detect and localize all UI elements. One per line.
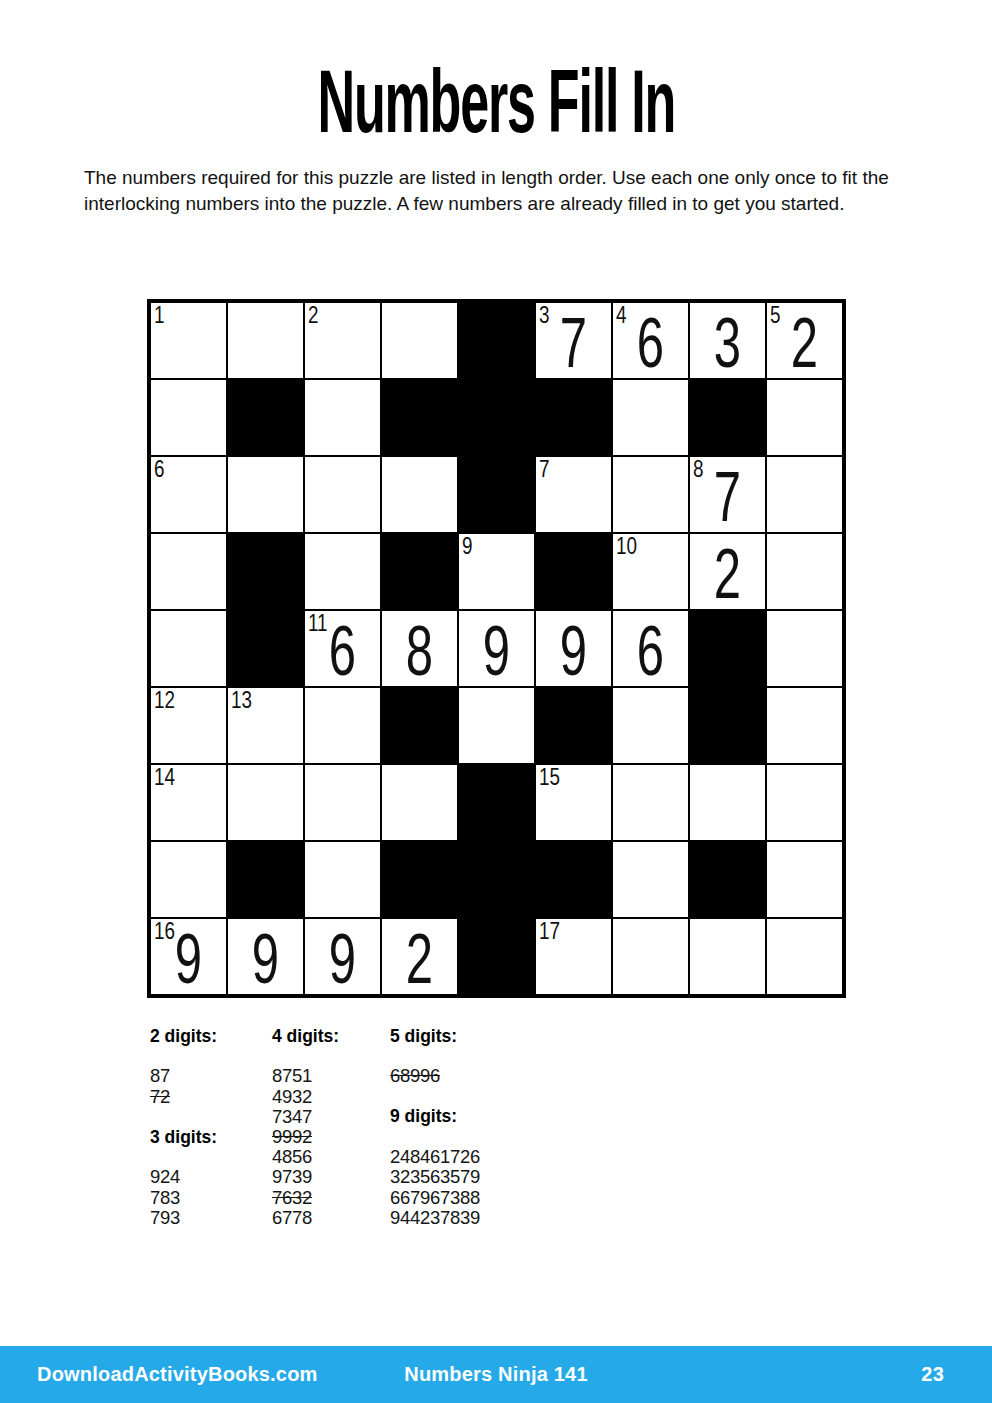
- page-title-wrap: Numbers Fill In: [0, 50, 992, 147]
- list-line-text: 87: [150, 1065, 170, 1087]
- grid-cell-r5c4[interactable]: 8: [381, 610, 458, 687]
- number-item: 924: [150, 1167, 272, 1187]
- list-line-text: 924: [150, 1166, 180, 1188]
- grid-cell-r7c3[interactable]: [304, 764, 381, 841]
- puzzle-grid: 1237463526787910211689961213141516999217: [147, 299, 846, 998]
- grid-cell-r4c4: [381, 533, 458, 610]
- grid-cell-r1c7[interactable]: 46: [612, 302, 689, 379]
- instructions-text: The numbers required for this puzzle are…: [84, 165, 930, 217]
- grid-cell-r6c5[interactable]: [458, 687, 535, 764]
- list-heading: 5 digits:: [390, 1026, 480, 1046]
- number-item: 783: [150, 1188, 272, 1208]
- grid-cell-r6c7[interactable]: [612, 687, 689, 764]
- number-lists: 2 digits:87723 digits:9247837934 digits:…: [150, 1026, 480, 1228]
- list-heading: 9 digits:: [390, 1107, 480, 1127]
- clue-number: 7: [539, 457, 549, 482]
- grid-cell-r7c8[interactable]: [689, 764, 766, 841]
- grid-cell-r6c2[interactable]: 13: [227, 687, 304, 764]
- grid-cell-r8c2: [227, 841, 304, 918]
- grid-cell-r4c3[interactable]: [304, 533, 381, 610]
- list-line-text: 944237839: [390, 1207, 480, 1229]
- grid-cell-r4c1[interactable]: [150, 533, 227, 610]
- number-item: 72: [150, 1087, 272, 1107]
- number-item: 793: [150, 1208, 272, 1228]
- list-spacer: [150, 1147, 272, 1167]
- list-line-text: 3 digits:: [150, 1127, 217, 1148]
- number-item-struck-text: 9992: [272, 1126, 321, 1148]
- grid-cell-r7c4[interactable]: [381, 764, 458, 841]
- grid-cell-r9c1[interactable]: 169: [150, 918, 227, 995]
- grid-cell-r5c7[interactable]: 6: [612, 610, 689, 687]
- grid-cell-r3c4[interactable]: [381, 456, 458, 533]
- grid-cell-r1c4[interactable]: [381, 302, 458, 379]
- list-spacer: [390, 1087, 480, 1107]
- grid-cell-r8c5: [458, 841, 535, 918]
- clue-number: 12: [154, 688, 175, 713]
- grid-cell-r9c3[interactable]: 9: [304, 918, 381, 995]
- number-item: 944237839: [390, 1208, 480, 1228]
- list-line-text: 2 digits:: [150, 1026, 217, 1047]
- cell-digit: 8: [393, 611, 446, 686]
- list-column-2: 4 digits:8751493273479992485697397632677…: [272, 1026, 390, 1228]
- grid-cell-r8c3[interactable]: [304, 841, 381, 918]
- page-title: Numbers Fill In: [317, 50, 675, 153]
- number-item: 9739: [272, 1167, 390, 1187]
- cell-digit: 9: [239, 919, 292, 994]
- number-item-struck-text: 68996: [390, 1065, 449, 1087]
- grid-cell-r8c4: [381, 841, 458, 918]
- cell-digit: 6: [624, 303, 677, 378]
- clue-number: 6: [154, 457, 164, 482]
- cell-digit: 9: [470, 611, 523, 686]
- grid-cell-r7c5: [458, 764, 535, 841]
- list-spacer: [272, 1046, 390, 1066]
- footer-page-number: 23: [921, 1363, 944, 1386]
- clue-number: 17: [539, 919, 560, 944]
- list-line-text: 323563579: [390, 1166, 480, 1188]
- number-item: 87: [150, 1066, 272, 1086]
- list-column-3: 5 digits:689969 digits:24846172632356357…: [390, 1026, 480, 1228]
- grid-cell-r5c1[interactable]: [150, 610, 227, 687]
- cell-digit: 9: [547, 611, 600, 686]
- list-line-text: 4856: [272, 1146, 312, 1168]
- grid-cell-r6c8: [689, 687, 766, 764]
- grid-cell-r3c9[interactable]: [766, 456, 843, 533]
- grid-cell-r2c1[interactable]: [150, 379, 227, 456]
- grid-cell-r3c2[interactable]: [227, 456, 304, 533]
- puzzle-page: Numbers Fill In The numbers required for…: [0, 0, 992, 1403]
- number-item: 6778: [272, 1208, 390, 1228]
- list-line-text: 9739: [272, 1166, 312, 1188]
- grid-cell-r9c4[interactable]: 2: [381, 918, 458, 995]
- clue-number: 1: [154, 303, 164, 328]
- cell-digit: 9: [162, 919, 215, 994]
- grid-cell-r3c8[interactable]: 87: [689, 456, 766, 533]
- grid-cell-r8c9[interactable]: [766, 841, 843, 918]
- grid-cell-r2c4: [381, 379, 458, 456]
- grid-cell-r8c6: [535, 841, 612, 918]
- grid-cell-r7c1[interactable]: 14: [150, 764, 227, 841]
- grid-cell-r2c6: [535, 379, 612, 456]
- cell-digit: 3: [701, 303, 754, 378]
- clue-number: 2: [308, 303, 318, 328]
- grid-cell-r7c9[interactable]: [766, 764, 843, 841]
- grid-cell-r3c5: [458, 456, 535, 533]
- grid-cell-r5c2: [227, 610, 304, 687]
- grid-cell-r2c3[interactable]: [304, 379, 381, 456]
- list-line-text: 8751: [272, 1065, 312, 1087]
- clue-number: 14: [154, 765, 175, 790]
- list-line-text: 5 digits:: [390, 1026, 457, 1047]
- grid-cell-r2c7[interactable]: [612, 379, 689, 456]
- grid-cell-r9c5: [458, 918, 535, 995]
- cell-digit: 9: [316, 919, 369, 994]
- number-item: 323563579: [390, 1167, 480, 1187]
- list-heading: 3 digits:: [150, 1127, 272, 1147]
- number-item: 68996: [390, 1066, 480, 1086]
- cell-digit: 7: [547, 303, 600, 378]
- grid-cell-r6c1[interactable]: 12: [150, 687, 227, 764]
- grid-cell-r6c3[interactable]: [304, 687, 381, 764]
- grid-cell-r1c8[interactable]: 3: [689, 302, 766, 379]
- list-line-text: 793: [150, 1207, 180, 1229]
- grid-cell-r3c3[interactable]: [304, 456, 381, 533]
- grid-cell-r9c2[interactable]: 9: [227, 918, 304, 995]
- grid-cell-r5c3[interactable]: 116: [304, 610, 381, 687]
- grid-cell-r1c3[interactable]: 2: [304, 302, 381, 379]
- grid-cell-r4c5[interactable]: 9: [458, 533, 535, 610]
- list-spacer: [150, 1046, 272, 1066]
- number-item: 667967388: [390, 1188, 480, 1208]
- grid-cell-r8c7[interactable]: [612, 841, 689, 918]
- grid-cell-r7c6[interactable]: 15: [535, 764, 612, 841]
- cell-digit: 6: [624, 611, 677, 686]
- number-item: 7632: [272, 1188, 390, 1208]
- grid-cell-r6c9[interactable]: [766, 687, 843, 764]
- grid-cell-r5c5[interactable]: 9: [458, 610, 535, 687]
- list-line-text: 4 digits:: [272, 1026, 339, 1047]
- grid-cell-r4c9[interactable]: [766, 533, 843, 610]
- number-item: 8751: [272, 1066, 390, 1086]
- number-item: 248461726: [390, 1147, 480, 1167]
- grid-cell-r2c2: [227, 379, 304, 456]
- grid-cell-r5c8: [689, 610, 766, 687]
- grid-cell-r1c9[interactable]: 52: [766, 302, 843, 379]
- clue-number: 13: [231, 688, 252, 713]
- list-line-text: 248461726: [390, 1146, 480, 1168]
- grid-cell-r5c9[interactable]: [766, 610, 843, 687]
- number-item: 4856: [272, 1147, 390, 1167]
- list-line-text: 667967388: [390, 1187, 480, 1209]
- number-item: 9992: [272, 1127, 390, 1147]
- number-item: 4932: [272, 1087, 390, 1107]
- list-spacer: [390, 1127, 480, 1147]
- list-line-text: 7347: [272, 1106, 312, 1128]
- number-item-struck-text: 72: [150, 1086, 179, 1108]
- cell-digit: 2: [393, 919, 446, 994]
- grid-cell-r9c8[interactable]: [689, 918, 766, 995]
- list-spacer: [150, 1107, 272, 1127]
- grid-cell-r8c1[interactable]: [150, 841, 227, 918]
- clue-number: 9: [462, 534, 472, 559]
- grid-cell-r6c6: [535, 687, 612, 764]
- list-spacer: [390, 1046, 480, 1066]
- grid-cell-r5c6[interactable]: 9: [535, 610, 612, 687]
- grid-cell-r9c6[interactable]: 17: [535, 918, 612, 995]
- grid-cell-r4c6: [535, 533, 612, 610]
- number-item-struck-text: 7632: [272, 1187, 321, 1209]
- grid-cell-r6c4: [381, 687, 458, 764]
- grid-cell-r2c8: [689, 379, 766, 456]
- grid-cell-r9c7[interactable]: [612, 918, 689, 995]
- cell-digit: 2: [701, 534, 754, 609]
- grid-cell-r3c7[interactable]: [612, 456, 689, 533]
- grid-cell-r7c2[interactable]: [227, 764, 304, 841]
- grid-cell-r4c8[interactable]: 2: [689, 533, 766, 610]
- grid-cell-r1c1[interactable]: 1: [150, 302, 227, 379]
- grid-cell-r4c2: [227, 533, 304, 610]
- list-column-1: 2 digits:87723 digits:924783793: [150, 1026, 272, 1228]
- list-line-text: 783: [150, 1187, 180, 1209]
- cell-digit: 7: [701, 457, 754, 532]
- footer-book-title: Numbers Ninja 141: [0, 1363, 992, 1386]
- grid-cell-r3c6[interactable]: 7: [535, 456, 612, 533]
- grid-cell-r1c6[interactable]: 37: [535, 302, 612, 379]
- grid-cell-r1c2[interactable]: [227, 302, 304, 379]
- number-item: 7347: [272, 1107, 390, 1127]
- grid-cell-r2c5: [458, 379, 535, 456]
- list-line-text: 6778: [272, 1207, 312, 1229]
- clue-number: 15: [539, 765, 560, 790]
- grid-cell-r7c7[interactable]: [612, 764, 689, 841]
- grid-cell-r2c9[interactable]: [766, 379, 843, 456]
- list-line-text: 4932: [272, 1086, 312, 1108]
- grid-cell-r8c8: [689, 841, 766, 918]
- list-line-text: 9 digits:: [390, 1106, 457, 1127]
- cell-digit: 2: [778, 303, 831, 378]
- grid-cell-r4c7[interactable]: 10: [612, 533, 689, 610]
- footer-bar: DownloadActivityBooks.com Numbers Ninja …: [0, 1346, 992, 1403]
- grid-cell-r1c5: [458, 302, 535, 379]
- grid-cell-r3c1[interactable]: 6: [150, 456, 227, 533]
- list-heading: 4 digits:: [272, 1026, 390, 1046]
- clue-number: 10: [616, 534, 637, 559]
- grid-cell-r9c9[interactable]: [766, 918, 843, 995]
- cell-digit: 6: [316, 611, 369, 686]
- list-heading: 2 digits:: [150, 1026, 272, 1046]
